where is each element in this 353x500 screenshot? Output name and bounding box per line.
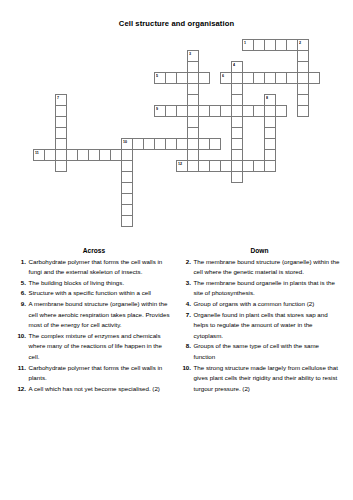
clue-text: Organelle found in plant cells that stor… [194, 310, 341, 342]
grid-cell[interactable] [253, 105, 265, 117]
clue-number: 8. [179, 341, 191, 362]
clue-text: Structure with a specific function withi… [29, 288, 175, 299]
clue-number: 1. [14, 257, 26, 278]
clues-section: Across 1.Carbohydrate polymer that forms… [0, 246, 353, 416]
clue-text: Group of organs with a common function (… [194, 299, 341, 310]
clue-item: 5.The building blocks of living things. [14, 278, 174, 289]
clue-item: 6.Structure with a specific function wit… [14, 288, 174, 299]
grid-cell[interactable] [231, 171, 243, 183]
clue-text: The membrane bound structure (organelle)… [194, 257, 341, 278]
clue-item: 8.Groups of the same type of cell with t… [179, 341, 340, 362]
clue-item: 9.A membrane bound structure (organelle)… [14, 299, 174, 331]
clue-item: 2.The membrane bound structure (organell… [179, 257, 340, 278]
grid-cell[interactable] [44, 149, 56, 161]
across-header: Across [14, 246, 174, 257]
clue-item: 10.The complex mixture of enzymes and ch… [14, 331, 174, 363]
clue-text: Carbohydrate polymer that forms the cell… [29, 257, 175, 278]
clue-text: Carbohydrate polymer that forms the cell… [29, 363, 175, 384]
cell-number: 10 [123, 140, 127, 144]
page-title: Cell structure and organisation [0, 19, 353, 28]
grid-cell[interactable] [297, 105, 309, 117]
clue-text: The building blocks of living things. [29, 278, 175, 289]
cell-number: 8 [266, 96, 268, 100]
grid-cell[interactable] [308, 72, 320, 84]
clue-number: 11. [14, 363, 26, 384]
grid-cell[interactable]: 12 [176, 160, 188, 172]
clue-text: The membrane bound organelle in plants t… [194, 278, 341, 299]
across-clues-column: Across 1.Carbohydrate polymer that forms… [14, 246, 174, 394]
grid-cell[interactable] [176, 138, 188, 150]
clue-text: A cell which has not yet become speciali… [29, 384, 175, 395]
clue-number: 5. [14, 278, 26, 289]
grid-cell[interactable] [220, 105, 232, 117]
clue-number: 9. [14, 299, 26, 331]
cell-number: 9 [156, 107, 158, 111]
crossword-grid: 123456789101112 [33, 39, 320, 227]
clue-item: 3.The membrane bound organelle in plants… [179, 278, 340, 299]
grid-cell[interactable] [275, 105, 287, 117]
clue-text: The complex mixture of enzymes and chemi… [29, 331, 175, 363]
clue-number: 2. [179, 257, 191, 278]
clue-item: 4.Group of organs with a common function… [179, 299, 340, 310]
grid-cell[interactable] [253, 160, 265, 172]
grid-cell[interactable] [121, 215, 133, 227]
clue-item: 12.A cell which has not yet become speci… [14, 384, 174, 395]
grid-cell[interactable] [264, 160, 276, 172]
grid-cell[interactable] [209, 138, 221, 150]
clue-item: 7.Organelle found in plant cells that st… [179, 310, 340, 342]
clue-number: 7. [179, 310, 191, 342]
clue-item: 10.The strong structure made largely fro… [179, 363, 340, 395]
down-clue-list: 2.The membrane bound structure (organell… [179, 257, 340, 395]
grid-cell[interactable] [198, 72, 210, 84]
clue-text: A membrane bound structure (organelle) w… [29, 299, 175, 331]
clue-item: 11.Carbohydrate polymer that forms the c… [14, 363, 174, 384]
down-clues-column: Down 2.The membrane bound structure (org… [179, 246, 340, 394]
grid-cell[interactable] [220, 160, 232, 172]
grid-cell[interactable] [55, 160, 67, 172]
across-clue-list: 1.Carbohydrate polymer that forms the ce… [14, 257, 174, 395]
cell-number: 5 [156, 74, 158, 78]
cell-number: 12 [178, 162, 182, 166]
clue-number: 6. [14, 288, 26, 299]
clue-item: 1.Carbohydrate polymer that forms the ce… [14, 257, 174, 278]
grid-cell[interactable] [110, 149, 122, 161]
cell-number: 1 [244, 41, 246, 45]
worksheet-page: Cell structure and organisation 12345678… [0, 0, 353, 500]
cell-number: 2 [299, 41, 301, 45]
clue-number: 12. [14, 384, 26, 395]
cell-number: 7 [57, 96, 59, 100]
clue-number: 4. [179, 299, 191, 310]
clue-number: 10. [179, 363, 191, 395]
grid-cell[interactable] [176, 105, 188, 117]
cell-number: 4 [233, 63, 235, 67]
grid-cell[interactable]: 6 [220, 72, 232, 84]
down-header: Down [179, 246, 340, 257]
clue-number: 3. [179, 278, 191, 299]
cell-number: 6 [222, 74, 224, 78]
grid-cell[interactable] [286, 72, 298, 84]
clue-text: Groups of the same type of cell with the… [194, 341, 341, 362]
grid-cell[interactable] [176, 72, 188, 84]
cell-number: 3 [189, 52, 191, 56]
clue-number: 10. [14, 331, 26, 363]
clue-text: The strong structure made largely from c… [194, 363, 341, 395]
cell-number: 11 [35, 151, 39, 155]
